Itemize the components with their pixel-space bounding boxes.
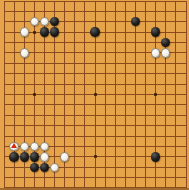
- intersection-7-14[interactable]: [60, 131, 70, 141]
- intersection-8-3[interactable]: [70, 17, 80, 27]
- intersection-11-3[interactable]: [100, 17, 110, 27]
- intersection-7-15[interactable]: [60, 141, 70, 151]
- intersection-14-7[interactable]: [130, 58, 140, 68]
- intersection-12-14[interactable]: [110, 131, 120, 141]
- intersection-5-12[interactable]: [39, 110, 49, 120]
- intersection-10-7[interactable]: [90, 58, 100, 68]
- intersection-2-11[interactable]: [9, 100, 19, 110]
- intersection-15-17[interactable]: [141, 162, 151, 172]
- intersection-17-8[interactable]: [161, 69, 171, 79]
- intersection-1-13[interactable]: [0, 120, 9, 130]
- intersection-16-8[interactable]: [151, 69, 161, 79]
- intersection-19-3[interactable]: [181, 17, 189, 27]
- intersection-4-6[interactable]: [29, 48, 39, 58]
- intersection-10-9[interactable]: [90, 79, 100, 89]
- intersection-4-18[interactable]: [29, 172, 39, 182]
- intersection-14-5[interactable]: [130, 37, 140, 47]
- intersection-4-2[interactable]: [29, 6, 39, 16]
- intersection-9-19[interactable]: [80, 183, 90, 190]
- intersection-14-13[interactable]: [130, 120, 140, 130]
- intersection-16-5[interactable]: [151, 37, 161, 47]
- intersection-14-4[interactable]: [130, 27, 140, 37]
- intersection-18-8[interactable]: [171, 69, 181, 79]
- intersection-15-6[interactable]: [141, 48, 151, 58]
- intersection-9-2[interactable]: [80, 6, 90, 16]
- intersection-7-5[interactable]: [60, 37, 70, 47]
- intersection-2-6[interactable]: [9, 48, 19, 58]
- intersection-18-18[interactable]: [171, 172, 181, 182]
- intersection-9-16[interactable]: [80, 152, 90, 162]
- intersection-6-7[interactable]: [50, 58, 60, 68]
- intersection-10-11[interactable]: [90, 100, 100, 110]
- intersection-6-9[interactable]: [50, 79, 60, 89]
- intersection-8-4[interactable]: [70, 27, 80, 37]
- intersection-15-18[interactable]: [141, 172, 151, 182]
- intersection-10-19[interactable]: [90, 183, 100, 190]
- intersection-9-14[interactable]: [80, 131, 90, 141]
- intersection-19-9[interactable]: [181, 79, 189, 89]
- intersection-10-12[interactable]: [90, 110, 100, 120]
- intersection-2-2[interactable]: [9, 6, 19, 16]
- intersection-18-13[interactable]: [171, 120, 181, 130]
- intersection-10-6[interactable]: [90, 48, 100, 58]
- intersection-6-11[interactable]: [50, 100, 60, 110]
- intersection-15-4[interactable]: [141, 27, 151, 37]
- intersection-6-8[interactable]: [50, 69, 60, 79]
- intersection-17-9[interactable]: [161, 79, 171, 89]
- intersection-19-16[interactable]: [181, 152, 189, 162]
- intersection-18-10[interactable]: [171, 89, 181, 99]
- intersection-16-7[interactable]: [151, 58, 161, 68]
- intersection-18-3[interactable]: [171, 17, 181, 27]
- intersection-3-10[interactable]: [19, 89, 29, 99]
- intersection-10-18[interactable]: [90, 172, 100, 182]
- intersection-10-16[interactable]: [90, 152, 100, 162]
- intersection-5-19[interactable]: [39, 183, 49, 190]
- intersection-11-9[interactable]: [100, 79, 110, 89]
- intersection-12-2[interactable]: [110, 6, 120, 16]
- intersection-13-3[interactable]: [120, 17, 130, 27]
- intersection-7-3[interactable]: [60, 17, 70, 27]
- intersection-18-12[interactable]: [171, 110, 181, 120]
- intersection-7-2[interactable]: [60, 6, 70, 16]
- intersection-5-5[interactable]: [39, 37, 49, 47]
- intersection-7-13[interactable]: [60, 120, 70, 130]
- intersection-7-8[interactable]: [60, 69, 70, 79]
- intersection-4-13[interactable]: [29, 120, 39, 130]
- intersection-15-19[interactable]: [141, 183, 151, 190]
- go-grid[interactable]: [0, 0, 189, 190]
- intersection-3-17[interactable]: [19, 162, 29, 172]
- intersection-8-13[interactable]: [70, 120, 80, 130]
- intersection-9-13[interactable]: [80, 120, 90, 130]
- intersection-6-12[interactable]: [50, 110, 60, 120]
- intersection-12-8[interactable]: [110, 69, 120, 79]
- intersection-1-9[interactable]: [0, 79, 9, 89]
- intersection-4-8[interactable]: [29, 69, 39, 79]
- intersection-1-12[interactable]: [0, 110, 9, 120]
- intersection-13-15[interactable]: [120, 141, 130, 151]
- intersection-18-2[interactable]: [171, 6, 181, 16]
- intersection-16-11[interactable]: [151, 100, 161, 110]
- intersection-10-17[interactable]: [90, 162, 100, 172]
- intersection-7-10[interactable]: [60, 89, 70, 99]
- intersection-17-10[interactable]: [161, 89, 171, 99]
- intersection-16-3[interactable]: [151, 17, 161, 27]
- intersection-17-3[interactable]: [161, 17, 171, 27]
- intersection-9-17[interactable]: [80, 162, 90, 172]
- intersection-14-17[interactable]: [130, 162, 140, 172]
- intersection-17-4[interactable]: [161, 27, 171, 37]
- intersection-4-12[interactable]: [29, 110, 39, 120]
- intersection-14-6[interactable]: [130, 48, 140, 58]
- intersection-2-19[interactable]: [9, 183, 19, 190]
- intersection-15-13[interactable]: [141, 120, 151, 130]
- intersection-12-6[interactable]: [110, 48, 120, 58]
- intersection-7-18[interactable]: [60, 172, 70, 182]
- intersection-8-18[interactable]: [70, 172, 80, 182]
- intersection-14-14[interactable]: [130, 131, 140, 141]
- intersection-1-7[interactable]: [0, 58, 9, 68]
- intersection-13-2[interactable]: [120, 6, 130, 16]
- intersection-8-15[interactable]: [70, 141, 80, 151]
- intersection-13-16[interactable]: [120, 152, 130, 162]
- intersection-16-9[interactable]: [151, 79, 161, 89]
- intersection-13-18[interactable]: [120, 172, 130, 182]
- intersection-2-9[interactable]: [9, 79, 19, 89]
- intersection-3-2[interactable]: [19, 6, 29, 16]
- intersection-9-11[interactable]: [80, 100, 90, 110]
- intersection-6-19[interactable]: [50, 183, 60, 190]
- intersection-13-9[interactable]: [120, 79, 130, 89]
- intersection-19-11[interactable]: [181, 100, 189, 110]
- intersection-9-7[interactable]: [80, 58, 90, 68]
- intersection-16-13[interactable]: [151, 120, 161, 130]
- intersection-11-8[interactable]: [100, 69, 110, 79]
- intersection-13-14[interactable]: [120, 131, 130, 141]
- intersection-9-8[interactable]: [80, 69, 90, 79]
- intersection-18-9[interactable]: [171, 79, 181, 89]
- intersection-5-11[interactable]: [39, 100, 49, 110]
- intersection-13-4[interactable]: [120, 27, 130, 37]
- intersection-10-14[interactable]: [90, 131, 100, 141]
- intersection-15-11[interactable]: [141, 100, 151, 110]
- intersection-18-15[interactable]: [171, 141, 181, 151]
- intersection-13-19[interactable]: [120, 183, 130, 190]
- intersection-3-3[interactable]: [19, 17, 29, 27]
- intersection-15-3[interactable]: [141, 17, 151, 27]
- intersection-19-17[interactable]: [181, 162, 189, 172]
- intersection-11-5[interactable]: [100, 37, 110, 47]
- intersection-5-2[interactable]: [39, 6, 49, 16]
- intersection-13-8[interactable]: [120, 69, 130, 79]
- intersection-1-6[interactable]: [0, 48, 9, 58]
- intersection-6-13[interactable]: [50, 120, 60, 130]
- intersection-12-19[interactable]: [110, 183, 120, 190]
- intersection-4-7[interactable]: [29, 58, 39, 68]
- intersection-8-10[interactable]: [70, 89, 80, 99]
- intersection-14-8[interactable]: [130, 69, 140, 79]
- intersection-14-16[interactable]: [130, 152, 140, 162]
- intersection-14-12[interactable]: [130, 110, 140, 120]
- intersection-8-11[interactable]: [70, 100, 80, 110]
- intersection-12-13[interactable]: [110, 120, 120, 130]
- intersection-11-18[interactable]: [100, 172, 110, 182]
- intersection-1-5[interactable]: [0, 37, 9, 47]
- intersection-9-15[interactable]: [80, 141, 90, 151]
- intersection-19-19[interactable]: [181, 183, 189, 190]
- intersection-6-16[interactable]: [50, 152, 60, 162]
- intersection-4-19[interactable]: [29, 183, 39, 190]
- intersection-19-2[interactable]: [181, 6, 189, 16]
- intersection-4-11[interactable]: [29, 100, 39, 110]
- intersection-5-14[interactable]: [39, 131, 49, 141]
- intersection-18-6[interactable]: [171, 48, 181, 58]
- intersection-2-18[interactable]: [9, 172, 19, 182]
- intersection-16-14[interactable]: [151, 131, 161, 141]
- intersection-19-10[interactable]: [181, 89, 189, 99]
- intersection-9-12[interactable]: [80, 110, 90, 120]
- intersection-2-12[interactable]: [9, 110, 19, 120]
- intersection-17-13[interactable]: [161, 120, 171, 130]
- intersection-16-12[interactable]: [151, 110, 161, 120]
- intersection-19-8[interactable]: [181, 69, 189, 79]
- intersection-3-9[interactable]: [19, 79, 29, 89]
- intersection-12-18[interactable]: [110, 172, 120, 182]
- intersection-14-11[interactable]: [130, 100, 140, 110]
- intersection-1-16[interactable]: [0, 152, 9, 162]
- intersection-4-4[interactable]: [29, 27, 39, 37]
- intersection-1-19[interactable]: [0, 183, 9, 190]
- intersection-11-7[interactable]: [100, 58, 110, 68]
- intersection-18-17[interactable]: [171, 162, 181, 172]
- intersection-13-7[interactable]: [120, 58, 130, 68]
- intersection-13-11[interactable]: [120, 100, 130, 110]
- intersection-12-17[interactable]: [110, 162, 120, 172]
- intersection-9-4[interactable]: [80, 27, 90, 37]
- intersection-11-19[interactable]: [100, 183, 110, 190]
- intersection-12-3[interactable]: [110, 17, 120, 27]
- intersection-12-4[interactable]: [110, 27, 120, 37]
- intersection-6-14[interactable]: [50, 131, 60, 141]
- intersection-6-10[interactable]: [50, 89, 60, 99]
- intersection-16-2[interactable]: [151, 6, 161, 16]
- intersection-8-8[interactable]: [70, 69, 80, 79]
- intersection-3-18[interactable]: [19, 172, 29, 182]
- intersection-7-6[interactable]: [60, 48, 70, 58]
- intersection-19-14[interactable]: [181, 131, 189, 141]
- intersection-3-14[interactable]: [19, 131, 29, 141]
- intersection-19-15[interactable]: [181, 141, 189, 151]
- intersection-15-8[interactable]: [141, 69, 151, 79]
- intersection-14-18[interactable]: [130, 172, 140, 182]
- intersection-13-10[interactable]: [120, 89, 130, 99]
- intersection-2-4[interactable]: [9, 27, 19, 37]
- intersection-10-3[interactable]: [90, 17, 100, 27]
- intersection-1-3[interactable]: [0, 17, 9, 27]
- intersection-7-4[interactable]: [60, 27, 70, 37]
- intersection-5-8[interactable]: [39, 69, 49, 79]
- intersection-12-9[interactable]: [110, 79, 120, 89]
- intersection-13-12[interactable]: [120, 110, 130, 120]
- go-board[interactable]: [0, 0, 189, 190]
- intersection-10-15[interactable]: [90, 141, 100, 151]
- intersection-17-12[interactable]: [161, 110, 171, 120]
- intersection-14-15[interactable]: [130, 141, 140, 151]
- intersection-7-11[interactable]: [60, 100, 70, 110]
- intersection-9-10[interactable]: [80, 89, 90, 99]
- intersection-2-5[interactable]: [9, 37, 19, 47]
- intersection-2-7[interactable]: [9, 58, 19, 68]
- intersection-16-10[interactable]: [151, 89, 161, 99]
- intersection-5-13[interactable]: [39, 120, 49, 130]
- intersection-19-13[interactable]: [181, 120, 189, 130]
- intersection-5-18[interactable]: [39, 172, 49, 182]
- intersection-18-11[interactable]: [171, 100, 181, 110]
- intersection-11-6[interactable]: [100, 48, 110, 58]
- intersection-17-11[interactable]: [161, 100, 171, 110]
- intersection-15-7[interactable]: [141, 58, 151, 68]
- intersection-11-16[interactable]: [100, 152, 110, 162]
- intersection-2-13[interactable]: [9, 120, 19, 130]
- intersection-17-7[interactable]: [161, 58, 171, 68]
- intersection-16-19[interactable]: [151, 183, 161, 190]
- intersection-17-16[interactable]: [161, 152, 171, 162]
- intersection-19-4[interactable]: [181, 27, 189, 37]
- intersection-9-9[interactable]: [80, 79, 90, 89]
- intersection-13-6[interactable]: [120, 48, 130, 58]
- intersection-12-15[interactable]: [110, 141, 120, 151]
- intersection-7-17[interactable]: [60, 162, 70, 172]
- intersection-1-11[interactable]: [0, 100, 9, 110]
- intersection-1-2[interactable]: [0, 6, 9, 16]
- intersection-8-14[interactable]: [70, 131, 80, 141]
- intersection-19-6[interactable]: [181, 48, 189, 58]
- intersection-6-2[interactable]: [50, 6, 60, 16]
- intersection-4-5[interactable]: [29, 37, 39, 47]
- intersection-15-10[interactable]: [141, 89, 151, 99]
- intersection-5-6[interactable]: [39, 48, 49, 58]
- intersection-10-13[interactable]: [90, 120, 100, 130]
- intersection-1-10[interactable]: [0, 89, 9, 99]
- intersection-19-12[interactable]: [181, 110, 189, 120]
- intersection-16-17[interactable]: [151, 162, 161, 172]
- intersection-17-18[interactable]: [161, 172, 171, 182]
- intersection-9-3[interactable]: [80, 17, 90, 27]
- intersection-13-13[interactable]: [120, 120, 130, 130]
- intersection-9-6[interactable]: [80, 48, 90, 58]
- intersection-15-2[interactable]: [141, 6, 151, 16]
- intersection-3-5[interactable]: [19, 37, 29, 47]
- intersection-18-19[interactable]: [171, 183, 181, 190]
- intersection-3-8[interactable]: [19, 69, 29, 79]
- intersection-12-11[interactable]: [110, 100, 120, 110]
- intersection-10-8[interactable]: [90, 69, 100, 79]
- intersection-1-4[interactable]: [0, 27, 9, 37]
- intersection-17-19[interactable]: [161, 183, 171, 190]
- intersection-2-17[interactable]: [9, 162, 19, 172]
- intersection-4-14[interactable]: [29, 131, 39, 141]
- intersection-9-18[interactable]: [80, 172, 90, 182]
- intersection-18-5[interactable]: [171, 37, 181, 47]
- intersection-19-5[interactable]: [181, 37, 189, 47]
- intersection-14-19[interactable]: [130, 183, 140, 190]
- intersection-15-14[interactable]: [141, 131, 151, 141]
- intersection-11-14[interactable]: [100, 131, 110, 141]
- intersection-14-2[interactable]: [130, 6, 140, 16]
- intersection-1-14[interactable]: [0, 131, 9, 141]
- intersection-15-16[interactable]: [141, 152, 151, 162]
- intersection-4-10[interactable]: [29, 89, 39, 99]
- intersection-10-10[interactable]: [90, 89, 100, 99]
- intersection-16-18[interactable]: [151, 172, 161, 182]
- intersection-8-16[interactable]: [70, 152, 80, 162]
- intersection-3-11[interactable]: [19, 100, 29, 110]
- intersection-11-15[interactable]: [100, 141, 110, 151]
- intersection-18-14[interactable]: [171, 131, 181, 141]
- intersection-12-16[interactable]: [110, 152, 120, 162]
- intersection-12-10[interactable]: [110, 89, 120, 99]
- intersection-6-6[interactable]: [50, 48, 60, 58]
- intersection-15-12[interactable]: [141, 110, 151, 120]
- intersection-13-5[interactable]: [120, 37, 130, 47]
- intersection-11-13[interactable]: [100, 120, 110, 130]
- intersection-5-10[interactable]: [39, 89, 49, 99]
- intersection-14-10[interactable]: [130, 89, 140, 99]
- intersection-15-15[interactable]: [141, 141, 151, 151]
- intersection-6-15[interactable]: [50, 141, 60, 151]
- intersection-8-17[interactable]: [70, 162, 80, 172]
- intersection-8-2[interactable]: [70, 6, 80, 16]
- intersection-3-7[interactable]: [19, 58, 29, 68]
- intersection-2-8[interactable]: [9, 69, 19, 79]
- intersection-13-17[interactable]: [120, 162, 130, 172]
- intersection-12-5[interactable]: [110, 37, 120, 47]
- intersection-11-17[interactable]: [100, 162, 110, 172]
- intersection-1-18[interactable]: [0, 172, 9, 182]
- intersection-10-2[interactable]: [90, 6, 100, 16]
- intersection-17-17[interactable]: [161, 162, 171, 172]
- intersection-12-7[interactable]: [110, 58, 120, 68]
- intersection-19-18[interactable]: [181, 172, 189, 182]
- intersection-8-19[interactable]: [70, 183, 80, 190]
- intersection-8-9[interactable]: [70, 79, 80, 89]
- intersection-5-7[interactable]: [39, 58, 49, 68]
- intersection-8-5[interactable]: [70, 37, 80, 47]
- intersection-5-9[interactable]: [39, 79, 49, 89]
- intersection-16-15[interactable]: [151, 141, 161, 151]
- intersection-7-19[interactable]: [60, 183, 70, 190]
- intersection-7-12[interactable]: [60, 110, 70, 120]
- intersection-17-2[interactable]: [161, 6, 171, 16]
- intersection-2-3[interactable]: [9, 17, 19, 27]
- intersection-3-12[interactable]: [19, 110, 29, 120]
- intersection-15-5[interactable]: [141, 37, 151, 47]
- intersection-6-5[interactable]: [50, 37, 60, 47]
- intersection-10-5[interactable]: [90, 37, 100, 47]
- intersection-8-7[interactable]: [70, 58, 80, 68]
- intersection-18-16[interactable]: [171, 152, 181, 162]
- intersection-17-15[interactable]: [161, 141, 171, 151]
- intersection-8-6[interactable]: [70, 48, 80, 58]
- intersection-3-13[interactable]: [19, 120, 29, 130]
- intersection-18-4[interactable]: [171, 27, 181, 37]
- intersection-4-9[interactable]: [29, 79, 39, 89]
- intersection-8-12[interactable]: [70, 110, 80, 120]
- intersection-9-5[interactable]: [80, 37, 90, 47]
- intersection-7-9[interactable]: [60, 79, 70, 89]
- intersection-18-7[interactable]: [171, 58, 181, 68]
